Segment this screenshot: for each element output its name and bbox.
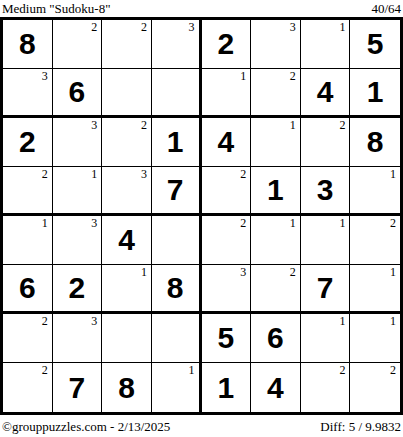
cell-r1c1[interactable]: 8 (3, 20, 53, 69)
given-digit: 6 (69, 77, 86, 107)
given-digit: 5 (217, 323, 234, 353)
pencil-mark: 2 (240, 168, 246, 181)
footer: ©grouppuzzles.com - 2/13/2025 Diff: 5 / … (0, 415, 403, 435)
pencil-mark: 1 (390, 266, 396, 279)
pencil-mark: 2 (290, 70, 296, 83)
cell-r8c2[interactable]: 7 (53, 363, 103, 412)
pencil-mark: 2 (141, 21, 147, 34)
given-digit: 6 (19, 273, 36, 303)
cell-r4c6[interactable]: 1 (251, 167, 301, 216)
cell-r4c5[interactable]: 2 (202, 167, 252, 216)
pencil-mark: 2 (290, 266, 296, 279)
cell-r6c4[interactable]: 8 (152, 265, 202, 314)
cell-r2c6[interactable]: 2 (251, 69, 301, 118)
pencil-mark: 1 (339, 21, 345, 34)
cell-r2c8[interactable]: 1 (350, 69, 400, 118)
given-digit: 1 (267, 175, 284, 205)
cell-r5c3[interactable]: 4 (102, 216, 152, 265)
pencil-mark: 3 (189, 21, 195, 34)
pencil-mark: 1 (141, 266, 147, 279)
header: Medium "Sudoku-8" 40/64 (0, 0, 403, 17)
given-digit: 1 (217, 373, 234, 403)
cell-r4c4[interactable]: 7 (152, 167, 202, 216)
cell-r1c8[interactable]: 5 (350, 20, 400, 69)
given-digit: 7 (69, 373, 86, 403)
cell-r1c6[interactable]: 3 (251, 20, 301, 69)
cell-r8c3[interactable]: 8 (102, 363, 152, 412)
cell-r4c2[interactable]: 1 (53, 167, 103, 216)
given-digit: 2 (19, 127, 36, 157)
cell-r2c5[interactable]: 1 (202, 69, 252, 118)
pencil-mark: 1 (240, 70, 246, 83)
cell-r7c8[interactable]: 1 (350, 314, 400, 363)
pencil-mark: 2 (390, 217, 396, 230)
cell-r8c4[interactable]: 1 (152, 363, 202, 412)
pencil-mark: 2 (240, 217, 246, 230)
given-digit: 3 (317, 175, 334, 205)
pencil-mark: 2 (339, 119, 345, 132)
progress-counter: 40/64 (371, 1, 401, 16)
cell-r6c5[interactable]: 3 (202, 265, 252, 314)
cell-r2c3[interactable] (102, 69, 152, 118)
cell-r3c4[interactable]: 1 (152, 118, 202, 167)
cell-r1c3[interactable]: 2 (102, 20, 152, 69)
cell-r7c2[interactable]: 3 (53, 314, 103, 363)
pencil-mark: 1 (91, 168, 97, 181)
pencil-mark: 1 (339, 217, 345, 230)
cell-r8c6[interactable]: 4 (251, 363, 301, 412)
pencil-mark: 3 (91, 119, 97, 132)
cell-r3c5[interactable]: 4 (202, 118, 252, 167)
cell-r6c2[interactable]: 2 (53, 265, 103, 314)
cell-r5c6[interactable]: 1 (251, 216, 301, 265)
cell-r6c6[interactable]: 2 (251, 265, 301, 314)
cell-r4c8[interactable]: 1 (350, 167, 400, 216)
pencil-mark: 3 (91, 315, 97, 328)
given-digit: 8 (118, 373, 135, 403)
cell-r6c3[interactable]: 1 (102, 265, 152, 314)
given-digit: 1 (367, 77, 384, 107)
pencil-mark: 3 (42, 70, 48, 83)
page-title: Medium "Sudoku-8" (2, 1, 110, 16)
given-digit: 2 (217, 29, 234, 59)
copyright-credit: ©grouppuzzles.com - 2/13/2025 (2, 419, 170, 435)
pencil-mark: 2 (339, 364, 345, 377)
cell-r8c7[interactable]: 2 (301, 363, 351, 412)
given-digit: 6 (267, 323, 284, 353)
cell-r7c4[interactable] (152, 314, 202, 363)
cell-r2c1[interactable]: 3 (3, 69, 53, 118)
pencil-mark: 1 (42, 217, 48, 230)
pencil-mark: 2 (42, 315, 48, 328)
sudoku-grid: 8223231536124123214128213721311342112621… (0, 17, 403, 415)
cell-r7c6[interactable]: 6 (251, 314, 301, 363)
cell-r5c8[interactable]: 2 (350, 216, 400, 265)
cell-r4c1[interactable]: 2 (3, 167, 53, 216)
pencil-mark: 3 (240, 266, 246, 279)
cell-r3c6[interactable]: 1 (251, 118, 301, 167)
pencil-mark: 3 (290, 21, 296, 34)
cell-r1c5[interactable]: 2 (202, 20, 252, 69)
cell-r4c7[interactable]: 3 (301, 167, 351, 216)
pencil-mark: 3 (141, 168, 147, 181)
pencil-mark: 2 (91, 21, 97, 34)
given-digit: 4 (267, 373, 284, 403)
pencil-mark: 2 (141, 119, 147, 132)
pencil-mark: 1 (390, 315, 396, 328)
cell-r7c3[interactable] (102, 314, 152, 363)
cell-r3c7[interactable]: 2 (301, 118, 351, 167)
cell-r3c3[interactable]: 2 (102, 118, 152, 167)
pencil-mark: 1 (189, 364, 195, 377)
pencil-mark: 1 (339, 315, 345, 328)
pencil-mark: 3 (91, 217, 97, 230)
pencil-mark: 2 (390, 364, 396, 377)
cell-r7c1[interactable]: 2 (3, 314, 53, 363)
given-digit: 4 (118, 225, 135, 255)
given-digit: 7 (167, 175, 184, 205)
cell-r4c3[interactable]: 3 (102, 167, 152, 216)
given-digit: 7 (317, 273, 334, 303)
cell-r8c8[interactable]: 2 (350, 363, 400, 412)
pencil-mark: 1 (290, 119, 296, 132)
cell-r7c7[interactable]: 1 (301, 314, 351, 363)
cell-r2c4[interactable] (152, 69, 202, 118)
cell-r6c7[interactable]: 7 (301, 265, 351, 314)
cell-r6c8[interactable]: 1 (350, 265, 400, 314)
given-digit: 2 (69, 273, 86, 303)
cell-r2c2[interactable]: 6 (53, 69, 103, 118)
difficulty-label: Diff: 5 / 9.9832 (320, 419, 401, 435)
cell-r1c4[interactable]: 3 (152, 20, 202, 69)
cell-r6c1[interactable]: 6 (3, 265, 53, 314)
cell-r3c8[interactable]: 8 (350, 118, 400, 167)
cell-r5c1[interactable]: 1 (3, 216, 53, 265)
cell-r3c1[interactable]: 2 (3, 118, 53, 167)
pencil-mark: 2 (42, 364, 48, 377)
given-digit: 4 (317, 77, 334, 107)
cell-r5c2[interactable]: 3 (53, 216, 103, 265)
cell-r7c5[interactable]: 5 (202, 314, 252, 363)
cell-r1c2[interactable]: 2 (53, 20, 103, 69)
cell-r1c7[interactable]: 1 (301, 20, 351, 69)
cell-r2c7[interactable]: 4 (301, 69, 351, 118)
pencil-mark: 1 (390, 168, 396, 181)
cell-r5c5[interactable]: 2 (202, 216, 252, 265)
given-digit: 1 (167, 127, 184, 157)
pencil-mark: 2 (42, 168, 48, 181)
cell-r8c1[interactable]: 2 (3, 363, 53, 412)
cell-r5c4[interactable] (152, 216, 202, 265)
cell-r5c7[interactable]: 1 (301, 216, 351, 265)
given-digit: 4 (217, 127, 234, 157)
given-digit: 5 (367, 29, 384, 59)
given-digit: 8 (19, 29, 36, 59)
pencil-mark: 1 (290, 217, 296, 230)
given-digit: 8 (167, 273, 184, 303)
cell-r8c5[interactable]: 1 (202, 363, 252, 412)
cell-r3c2[interactable]: 3 (53, 118, 103, 167)
given-digit: 8 (367, 127, 384, 157)
